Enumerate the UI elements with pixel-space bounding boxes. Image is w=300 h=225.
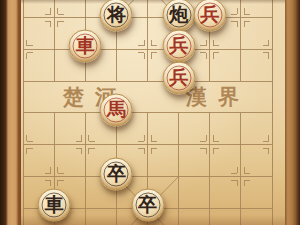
- board-frame-right: [285, 0, 300, 225]
- board-frame-left: [0, 0, 21, 225]
- piece-character: 炮: [169, 0, 188, 31]
- piece-character: 卒: [138, 188, 157, 221]
- piece-character: 兵: [169, 29, 188, 62]
- piece-black-soldier[interactable]: 卒: [100, 157, 133, 190]
- river-label-han-jie: 漢界: [186, 84, 250, 110]
- piece-red-horse[interactable]: 馬: [100, 93, 133, 126]
- piece-red-chariot[interactable]: 車: [69, 30, 102, 63]
- piece-character: 馬: [107, 93, 126, 126]
- piece-red-soldier[interactable]: 兵: [162, 62, 195, 95]
- piece-character: 兵: [169, 61, 188, 94]
- piece-black-chariot[interactable]: 車: [38, 189, 71, 222]
- piece-character: 車: [45, 188, 64, 221]
- piece-character: 卒: [107, 157, 126, 190]
- board-shadow-top: [21, 0, 285, 4]
- piece-character: 車: [76, 29, 95, 62]
- piece-character: 兵: [200, 0, 219, 31]
- xiangqi-board[interactable]: 楚河 漢界 将炮兵車兵兵馬卒車卒: [0, 0, 300, 225]
- piece-character: 将: [107, 0, 126, 31]
- piece-black-soldier[interactable]: 卒: [131, 189, 164, 222]
- piece-red-soldier[interactable]: 兵: [162, 30, 195, 63]
